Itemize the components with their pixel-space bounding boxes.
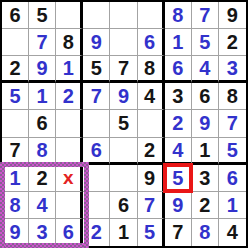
cell-r3c6[interactable]: 8 [138,56,165,83]
cell-r6c1[interactable]: 7 [2,138,29,165]
cell-r5c8[interactable]: 9 [192,110,219,137]
cell-r7c1[interactable]: 1 [2,165,29,192]
cell-r7c2[interactable]: 2 [29,165,56,192]
cell-r5c6[interactable] [138,110,165,137]
cell-r8c2[interactable]: 4 [29,192,56,219]
cell-r1c3[interactable] [56,2,83,29]
cell-r4c6[interactable]: 4 [138,83,165,110]
cell-r3c8[interactable]: 4 [192,56,219,83]
cell-r2c5[interactable] [110,29,137,56]
cell-r6c2[interactable]: 8 [29,138,56,165]
cell-r9c9[interactable]: 4 [219,219,246,246]
cell-r2c3[interactable]: 8 [56,29,83,56]
cell-r4c4[interactable]: 7 [83,83,110,110]
cell-r1c2[interactable]: 5 [29,2,56,29]
cell-r1c7[interactable]: 8 [165,2,192,29]
sudoku-board: 6587978961522915786435127943686529778624… [0,0,248,248]
cell-r7c9[interactable]: 6 [219,165,246,192]
cell-r4c5[interactable]: 9 [110,83,137,110]
cell-r5c3[interactable] [56,110,83,137]
cell-r5c4[interactable] [83,110,110,137]
cell-r5c7[interactable]: 2 [165,110,192,137]
cell-r5c9[interactable]: 7 [219,110,246,137]
cell-r8c8[interactable]: 2 [192,192,219,219]
cell-r4c8[interactable]: 6 [192,83,219,110]
cell-r3c5[interactable]: 7 [110,56,137,83]
cell-r1c8[interactable]: 7 [192,2,219,29]
cell-r8c5[interactable]: 6 [110,192,137,219]
cell-r2c2[interactable]: 7 [29,29,56,56]
cell-r9c8[interactable]: 8 [192,219,219,246]
cell-r6c7[interactable]: 4 [165,138,192,165]
cell-r7c7[interactable]: 5 [165,165,192,192]
cell-r1c4[interactable] [83,2,110,29]
cell-r3c1[interactable]: 2 [2,56,29,83]
cell-r4c2[interactable]: 1 [29,83,56,110]
cell-r8c1[interactable]: 8 [2,192,29,219]
cell-r2c6[interactable]: 6 [138,29,165,56]
cell-r3c9[interactable]: 3 [219,56,246,83]
cell-r9c5[interactable]: 1 [110,219,137,246]
cell-r7c8[interactable]: 3 [192,165,219,192]
cell-r6c3[interactable] [56,138,83,165]
cell-r1c1[interactable]: 6 [2,2,29,29]
cell-r5c5[interactable]: 5 [110,110,137,137]
cell-r9c7[interactable]: 7 [165,219,192,246]
cell-r4c7[interactable]: 3 [165,83,192,110]
cell-r1c5[interactable] [110,2,137,29]
cell-r4c1[interactable]: 5 [2,83,29,110]
cell-r8c7[interactable]: 9 [165,192,192,219]
cell-r2c8[interactable]: 5 [192,29,219,56]
cell-r8c9[interactable]: 1 [219,192,246,219]
cell-r2c9[interactable]: 2 [219,29,246,56]
cell-r3c3[interactable]: 1 [56,56,83,83]
cell-r6c5[interactable] [110,138,137,165]
cell-r3c2[interactable]: 9 [29,56,56,83]
cell-r6c8[interactable]: 1 [192,138,219,165]
cell-r7c6[interactable]: 9 [138,165,165,192]
cell-r8c4[interactable] [83,192,110,219]
cell-r6c4[interactable]: 6 [83,138,110,165]
cell-r5c2[interactable]: 6 [29,110,56,137]
cell-r3c4[interactable]: 5 [83,56,110,83]
cell-r3c7[interactable]: 6 [165,56,192,83]
sudoku-app: 6587978961522915786435127943686529778624… [0,0,250,250]
cell-r4c3[interactable]: 2 [56,83,83,110]
cell-r5c1[interactable] [2,110,29,137]
cell-r7c3[interactable]: x [56,165,83,192]
cell-r6c6[interactable]: 2 [138,138,165,165]
cell-r2c7[interactable]: 1 [165,29,192,56]
cell-r7c5[interactable] [110,165,137,192]
cell-r2c1[interactable] [2,29,29,56]
cell-r9c3[interactable]: 6 [56,219,83,246]
cell-r6c9[interactable]: 5 [219,138,246,165]
cell-r9c4[interactable]: 2 [83,219,110,246]
cell-r9c6[interactable]: 5 [138,219,165,246]
cell-r8c6[interactable]: 7 [138,192,165,219]
cell-r9c1[interactable]: 9 [2,219,29,246]
cell-r1c9[interactable]: 9 [219,2,246,29]
cell-r7c4[interactable] [83,165,110,192]
cell-r1c6[interactable] [138,2,165,29]
cell-r9c2[interactable]: 3 [29,219,56,246]
cell-r2c4[interactable]: 9 [83,29,110,56]
cell-r4c9[interactable]: 8 [219,83,246,110]
cell-r8c3[interactable] [56,192,83,219]
